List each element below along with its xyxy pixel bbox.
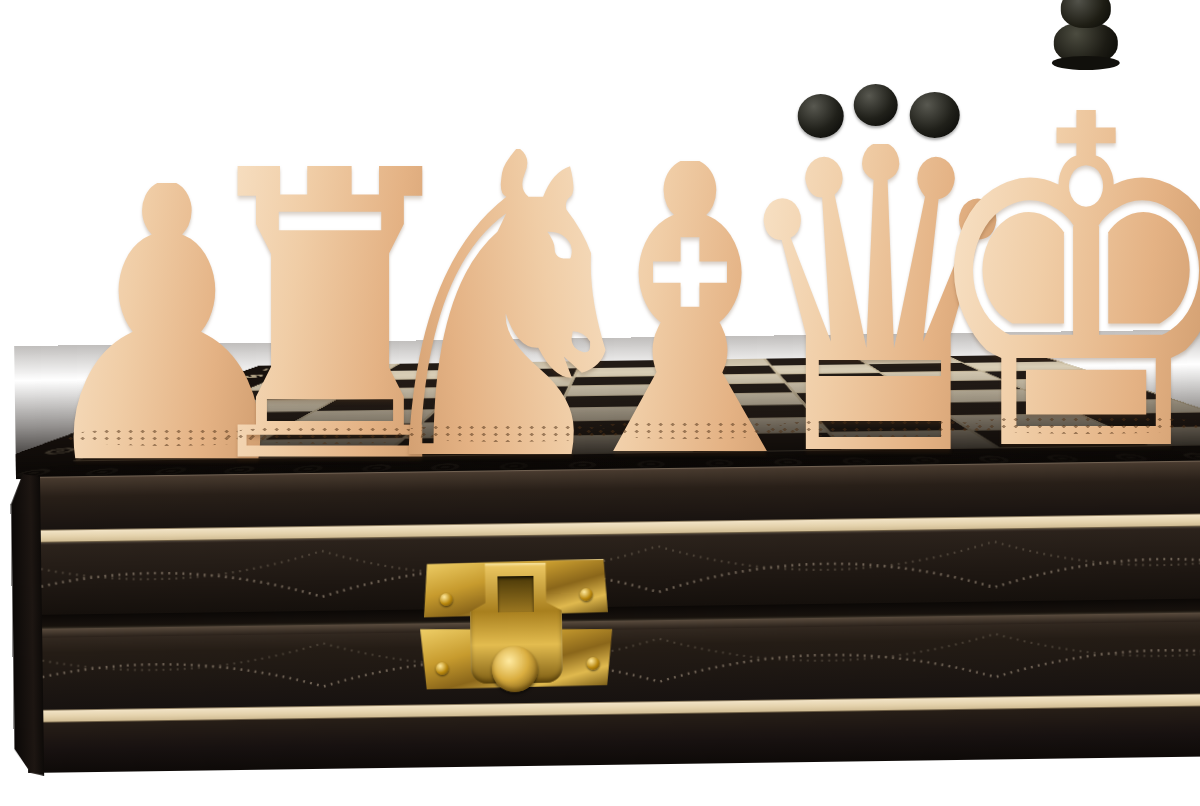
- latch-screw: [580, 588, 593, 601]
- latch-screw: [436, 662, 449, 675]
- latch-screw: [440, 593, 453, 606]
- piece-white-king: ♚: [880, 110, 1200, 460]
- queen-crown-ball: [798, 94, 844, 138]
- brass-latch: [419, 557, 613, 698]
- king-glyph: ♚: [917, 110, 1200, 460]
- base-burn-dots: [962, 416, 1200, 434]
- king-finial-seat: [1052, 56, 1120, 70]
- latch-hasp-slot: [497, 576, 533, 612]
- king-finial: [1054, 22, 1118, 64]
- chess-set-photo: ♟ ♜ ♞ ♝ ♛ ♚: [0, 0, 1200, 806]
- latch-screw: [587, 657, 600, 670]
- carved-wave-band-base: [26, 621, 1200, 700]
